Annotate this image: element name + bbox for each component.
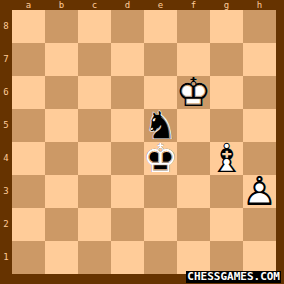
rank-label-7: 7 — [0, 43, 12, 76]
square-f8[interactable] — [177, 10, 210, 43]
square-f5[interactable] — [177, 109, 210, 142]
square-e4[interactable]: ♚♔ — [144, 142, 177, 175]
file-label-g: g — [210, 0, 243, 10]
square-h2[interactable] — [243, 208, 276, 241]
square-a2[interactable] — [12, 208, 45, 241]
square-b6[interactable] — [45, 76, 78, 109]
square-a4[interactable] — [12, 142, 45, 175]
piece-white-king[interactable]: ♚♔ — [177, 76, 210, 109]
square-b8[interactable] — [45, 10, 78, 43]
bishop-glyph-fill: ♝ — [210, 142, 243, 175]
square-b1[interactable] — [45, 241, 78, 274]
square-g4[interactable]: ♝♗ — [210, 142, 243, 175]
square-d6[interactable] — [111, 76, 144, 109]
piece-black-king[interactable]: ♚♔ — [144, 142, 177, 175]
chess-board-frame: abcdefgh 87654321 ♚♔♞♘♚♔♝♗♟♙ CHESSGAMES.… — [0, 0, 284, 284]
square-g5[interactable] — [210, 109, 243, 142]
bishop-glyph-outline: ♗ — [210, 142, 243, 175]
square-c2[interactable] — [78, 208, 111, 241]
file-label-d: d — [111, 0, 144, 10]
file-label-a: a — [12, 0, 45, 10]
file-label-e: e — [144, 0, 177, 10]
square-e8[interactable] — [144, 10, 177, 43]
square-h6[interactable] — [243, 76, 276, 109]
square-d7[interactable] — [111, 43, 144, 76]
square-a3[interactable] — [12, 175, 45, 208]
square-f6[interactable]: ♚♔ — [177, 76, 210, 109]
square-c1[interactable] — [78, 241, 111, 274]
chessgames-watermark-link[interactable]: CHESSGAMES.COM — [186, 271, 281, 283]
square-h3[interactable]: ♟♙ — [243, 175, 276, 208]
square-e2[interactable] — [144, 208, 177, 241]
square-g6[interactable] — [210, 76, 243, 109]
square-c7[interactable] — [78, 43, 111, 76]
square-d1[interactable] — [111, 241, 144, 274]
square-h8[interactable] — [243, 10, 276, 43]
rank-label-3: 3 — [0, 175, 12, 208]
king-glyph-outline: ♔ — [177, 76, 210, 109]
board: ♚♔♞♘♚♔♝♗♟♙ — [12, 10, 276, 274]
file-label-b: b — [45, 0, 78, 10]
rank-labels: 87654321 — [0, 10, 12, 274]
square-a6[interactable] — [12, 76, 45, 109]
square-h5[interactable] — [243, 109, 276, 142]
square-g3[interactable] — [210, 175, 243, 208]
rank-label-8: 8 — [0, 10, 12, 43]
square-b2[interactable] — [45, 208, 78, 241]
pawn-glyph-fill: ♟ — [243, 175, 276, 208]
square-a1[interactable] — [12, 241, 45, 274]
square-g2[interactable] — [210, 208, 243, 241]
piece-black-knight[interactable]: ♞♘ — [144, 109, 177, 142]
square-c4[interactable] — [78, 142, 111, 175]
knight-glyph-outline: ♘ — [144, 109, 177, 142]
piece-white-pawn[interactable]: ♟♙ — [243, 175, 276, 208]
square-a5[interactable] — [12, 109, 45, 142]
square-d3[interactable] — [111, 175, 144, 208]
square-f4[interactable] — [177, 142, 210, 175]
knight-glyph-fill: ♞ — [144, 109, 177, 142]
file-label-c: c — [78, 0, 111, 10]
square-h7[interactable] — [243, 43, 276, 76]
square-b7[interactable] — [45, 43, 78, 76]
square-g8[interactable] — [210, 10, 243, 43]
rank-label-6: 6 — [0, 76, 12, 109]
square-f3[interactable] — [177, 175, 210, 208]
rank-label-1: 1 — [0, 241, 12, 274]
square-a7[interactable] — [12, 43, 45, 76]
square-h4[interactable] — [243, 142, 276, 175]
square-c5[interactable] — [78, 109, 111, 142]
square-f2[interactable] — [177, 208, 210, 241]
square-b5[interactable] — [45, 109, 78, 142]
square-c3[interactable] — [78, 175, 111, 208]
square-d4[interactable] — [111, 142, 144, 175]
square-c6[interactable] — [78, 76, 111, 109]
square-d8[interactable] — [111, 10, 144, 43]
piece-white-bishop[interactable]: ♝♗ — [210, 142, 243, 175]
square-e7[interactable] — [144, 43, 177, 76]
square-e5[interactable]: ♞♘ — [144, 109, 177, 142]
king-glyph-fill: ♚ — [144, 142, 177, 175]
file-labels: abcdefgh — [12, 0, 276, 10]
square-d5[interactable] — [111, 109, 144, 142]
king-glyph-fill: ♚ — [177, 76, 210, 109]
square-c8[interactable] — [78, 10, 111, 43]
file-label-h: h — [243, 0, 276, 10]
square-b4[interactable] — [45, 142, 78, 175]
square-b3[interactable] — [45, 175, 78, 208]
square-e3[interactable] — [144, 175, 177, 208]
square-f7[interactable] — [177, 43, 210, 76]
rank-label-2: 2 — [0, 208, 12, 241]
square-e1[interactable] — [144, 241, 177, 274]
square-e6[interactable] — [144, 76, 177, 109]
rank-label-4: 4 — [0, 142, 12, 175]
square-d2[interactable] — [111, 208, 144, 241]
square-a8[interactable] — [12, 10, 45, 43]
pawn-glyph-outline: ♙ — [243, 175, 276, 208]
king-glyph-outline: ♔ — [144, 142, 177, 175]
rank-label-5: 5 — [0, 109, 12, 142]
square-g7[interactable] — [210, 43, 243, 76]
file-label-f: f — [177, 0, 210, 10]
